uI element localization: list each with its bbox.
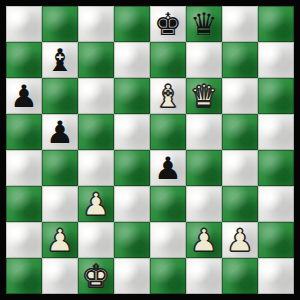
square-e2[interactable] <box>150 222 186 258</box>
square-c4[interactable] <box>78 150 114 186</box>
piece-black-pawn-b5[interactable]: ♟ <box>42 114 78 150</box>
square-b8[interactable] <box>42 6 78 42</box>
piece-white-queen-f6[interactable]: ♛ <box>186 78 222 114</box>
square-a4[interactable] <box>6 150 42 186</box>
piece-black-king-e8[interactable]: ♚ <box>150 6 186 42</box>
piece-white-pawn-f2[interactable]: ♟ <box>186 222 222 258</box>
square-e1[interactable] <box>150 258 186 294</box>
square-c1[interactable]: ♚ <box>78 258 114 294</box>
square-e8[interactable]: ♚ <box>150 6 186 42</box>
square-b2[interactable]: ♟ <box>42 222 78 258</box>
piece-white-king-c1[interactable]: ♚ <box>78 258 114 294</box>
square-g3[interactable] <box>222 186 258 222</box>
square-h1[interactable] <box>258 258 294 294</box>
square-h3[interactable] <box>258 186 294 222</box>
piece-white-pawn-g2[interactable]: ♟ <box>222 222 258 258</box>
square-c5[interactable] <box>78 114 114 150</box>
square-f5[interactable] <box>186 114 222 150</box>
chess-board: ♚♛♝♟♝♛♟♟♟♟♟♟♚ <box>6 6 294 294</box>
piece-white-pawn-b2[interactable]: ♟ <box>42 222 78 258</box>
square-f7[interactable] <box>186 42 222 78</box>
square-d7[interactable] <box>114 42 150 78</box>
square-f2[interactable]: ♟ <box>186 222 222 258</box>
square-h5[interactable] <box>258 114 294 150</box>
square-e7[interactable] <box>150 42 186 78</box>
piece-black-bishop-b7[interactable]: ♝ <box>42 42 78 78</box>
square-a7[interactable] <box>6 42 42 78</box>
square-b7[interactable]: ♝ <box>42 42 78 78</box>
square-e5[interactable] <box>150 114 186 150</box>
square-a2[interactable] <box>6 222 42 258</box>
square-h2[interactable] <box>258 222 294 258</box>
chess-board-frame: ♚♛♝♟♝♛♟♟♟♟♟♟♚ <box>0 0 300 300</box>
square-g5[interactable] <box>222 114 258 150</box>
square-e4[interactable]: ♟ <box>150 150 186 186</box>
square-h4[interactable] <box>258 150 294 186</box>
square-h6[interactable] <box>258 78 294 114</box>
square-g7[interactable] <box>222 42 258 78</box>
square-d1[interactable] <box>114 258 150 294</box>
square-b5[interactable]: ♟ <box>42 114 78 150</box>
square-d3[interactable] <box>114 186 150 222</box>
square-a6[interactable]: ♟ <box>6 78 42 114</box>
piece-black-pawn-a6[interactable]: ♟ <box>6 78 42 114</box>
piece-black-queen-f8[interactable]: ♛ <box>186 6 222 42</box>
square-d6[interactable] <box>114 78 150 114</box>
piece-black-pawn-e4[interactable]: ♟ <box>150 150 186 186</box>
square-b4[interactable] <box>42 150 78 186</box>
square-a3[interactable] <box>6 186 42 222</box>
piece-white-pawn-c3[interactable]: ♟ <box>78 186 114 222</box>
square-f4[interactable] <box>186 150 222 186</box>
square-f8[interactable]: ♛ <box>186 6 222 42</box>
square-h7[interactable] <box>258 42 294 78</box>
square-e6[interactable]: ♝ <box>150 78 186 114</box>
square-d4[interactable] <box>114 150 150 186</box>
square-c3[interactable]: ♟ <box>78 186 114 222</box>
square-f3[interactable] <box>186 186 222 222</box>
square-c8[interactable] <box>78 6 114 42</box>
square-b1[interactable] <box>42 258 78 294</box>
square-a1[interactable] <box>6 258 42 294</box>
square-b3[interactable] <box>42 186 78 222</box>
square-h8[interactable] <box>258 6 294 42</box>
square-c7[interactable] <box>78 42 114 78</box>
square-f6[interactable]: ♛ <box>186 78 222 114</box>
square-b6[interactable] <box>42 78 78 114</box>
square-a8[interactable] <box>6 6 42 42</box>
square-c2[interactable] <box>78 222 114 258</box>
square-d2[interactable] <box>114 222 150 258</box>
square-d5[interactable] <box>114 114 150 150</box>
square-e3[interactable] <box>150 186 186 222</box>
square-g4[interactable] <box>222 150 258 186</box>
square-d8[interactable] <box>114 6 150 42</box>
square-g1[interactable] <box>222 258 258 294</box>
square-c6[interactable] <box>78 78 114 114</box>
square-g2[interactable]: ♟ <box>222 222 258 258</box>
square-a5[interactable] <box>6 114 42 150</box>
square-g8[interactable] <box>222 6 258 42</box>
square-g6[interactable] <box>222 78 258 114</box>
square-f1[interactable] <box>186 258 222 294</box>
piece-white-bishop-e6[interactable]: ♝ <box>150 78 186 114</box>
